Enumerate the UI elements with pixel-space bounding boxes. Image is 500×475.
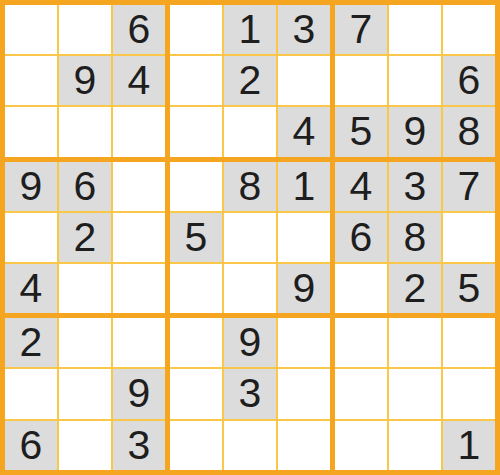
cell-r1c6: 3 [278, 5, 330, 54]
cell-r9c7[interactable] [335, 421, 387, 470]
cell-r9c8[interactable] [389, 421, 441, 470]
cell-r3c6: 4 [278, 107, 330, 156]
cell-r4c4[interactable] [170, 162, 222, 211]
cell-r4c1: 9 [5, 162, 57, 211]
cell-r7c2[interactable] [59, 318, 111, 367]
cell-r7c4[interactable] [170, 318, 222, 367]
sudoku-box-9: 1 [335, 318, 495, 470]
cell-r1c7: 7 [335, 5, 387, 54]
cell-r1c5: 1 [224, 5, 276, 54]
cell-r1c9[interactable] [443, 5, 495, 54]
cell-r8c8[interactable] [389, 369, 441, 418]
cell-r4c7: 4 [335, 162, 387, 211]
cell-r3c7: 5 [335, 107, 387, 156]
cell-r1c1[interactable] [5, 5, 57, 54]
cell-r3c2[interactable] [59, 107, 111, 156]
sudoku-box-2: 1324 [170, 5, 330, 157]
cell-r2c9: 6 [443, 56, 495, 105]
cell-r1c4[interactable] [170, 5, 222, 54]
cell-r3c4[interactable] [170, 107, 222, 156]
cell-r5c2: 2 [59, 213, 111, 262]
cell-r7c8[interactable] [389, 318, 441, 367]
cell-r7c9[interactable] [443, 318, 495, 367]
cell-r7c1: 2 [5, 318, 57, 367]
cell-r2c5: 2 [224, 56, 276, 105]
cell-r9c6[interactable] [278, 421, 330, 470]
cell-r5c1[interactable] [5, 213, 57, 262]
sudoku-box-5: 8159 [170, 162, 330, 314]
cell-r5c8: 8 [389, 213, 441, 262]
cell-r6c8: 2 [389, 264, 441, 313]
cell-r4c9: 7 [443, 162, 495, 211]
cell-r7c3[interactable] [113, 318, 165, 367]
cell-r6c1: 4 [5, 264, 57, 313]
cell-r4c8: 3 [389, 162, 441, 211]
cell-r8c9[interactable] [443, 369, 495, 418]
cell-r4c2: 6 [59, 162, 111, 211]
sudoku-board: 6941324765989624815943768252963931 [0, 0, 500, 475]
cell-r8c7[interactable] [335, 369, 387, 418]
cell-r1c2[interactable] [59, 5, 111, 54]
cell-r8c3: 9 [113, 369, 165, 418]
sudoku-box-8: 93 [170, 318, 330, 470]
cell-r2c3: 4 [113, 56, 165, 105]
cell-r6c3[interactable] [113, 264, 165, 313]
sudoku-box-4: 9624 [5, 162, 165, 314]
cell-r6c6: 9 [278, 264, 330, 313]
cell-r6c4[interactable] [170, 264, 222, 313]
cell-r1c3: 6 [113, 5, 165, 54]
cell-r7c6[interactable] [278, 318, 330, 367]
cell-r7c5: 9 [224, 318, 276, 367]
cell-r3c9: 8 [443, 107, 495, 156]
cell-r3c8: 9 [389, 107, 441, 156]
sudoku-box-6: 4376825 [335, 162, 495, 314]
cell-r2c4[interactable] [170, 56, 222, 105]
cell-r7c7[interactable] [335, 318, 387, 367]
cell-r9c5[interactable] [224, 421, 276, 470]
cell-r8c2[interactable] [59, 369, 111, 418]
cell-r2c8[interactable] [389, 56, 441, 105]
cell-r9c3: 3 [113, 421, 165, 470]
cell-r3c5[interactable] [224, 107, 276, 156]
cell-r8c1[interactable] [5, 369, 57, 418]
cell-r2c1[interactable] [5, 56, 57, 105]
cell-r8c6[interactable] [278, 369, 330, 418]
cell-r9c2[interactable] [59, 421, 111, 470]
cell-r3c3[interactable] [113, 107, 165, 156]
cell-r6c2[interactable] [59, 264, 111, 313]
cell-r9c4[interactable] [170, 421, 222, 470]
cell-r4c6: 1 [278, 162, 330, 211]
cell-r5c7: 6 [335, 213, 387, 262]
cell-r2c2: 9 [59, 56, 111, 105]
cell-r5c5[interactable] [224, 213, 276, 262]
cell-r9c1: 6 [5, 421, 57, 470]
cell-r3c1[interactable] [5, 107, 57, 156]
cell-r5c9[interactable] [443, 213, 495, 262]
cell-r2c7[interactable] [335, 56, 387, 105]
cell-r5c3[interactable] [113, 213, 165, 262]
cell-r2c6[interactable] [278, 56, 330, 105]
sudoku-box-3: 76598 [335, 5, 495, 157]
cell-r4c5: 8 [224, 162, 276, 211]
cell-r6c7[interactable] [335, 264, 387, 313]
cell-r9c9: 1 [443, 421, 495, 470]
cell-r5c6[interactable] [278, 213, 330, 262]
sudoku-box-7: 2963 [5, 318, 165, 470]
cell-r6c9: 5 [443, 264, 495, 313]
cell-r8c5: 3 [224, 369, 276, 418]
cell-r6c5[interactable] [224, 264, 276, 313]
cell-r8c4[interactable] [170, 369, 222, 418]
cell-r1c8[interactable] [389, 5, 441, 54]
cell-r4c3[interactable] [113, 162, 165, 211]
cell-r5c4: 5 [170, 213, 222, 262]
sudoku-box-1: 694 [5, 5, 165, 157]
